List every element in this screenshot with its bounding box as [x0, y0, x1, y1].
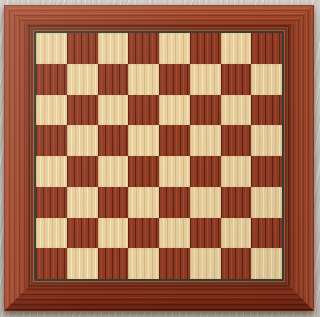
square-b5[interactable]: [67, 125, 98, 156]
square-c8[interactable]: [98, 33, 129, 64]
square-g7[interactable]: [221, 64, 252, 95]
square-g3[interactable]: [221, 187, 252, 218]
square-a4[interactable]: [36, 156, 67, 187]
board-grid: [36, 33, 282, 279]
board-frame-right: [283, 5, 314, 311]
square-g6[interactable]: [221, 95, 252, 126]
chess-board: [4, 5, 314, 311]
square-e3[interactable]: [159, 187, 190, 218]
square-h8[interactable]: [251, 33, 282, 64]
square-e4[interactable]: [159, 156, 190, 187]
square-a3[interactable]: [36, 187, 67, 218]
square-e2[interactable]: [159, 218, 190, 249]
square-h6[interactable]: [251, 95, 282, 126]
square-f5[interactable]: [190, 125, 221, 156]
square-b4[interactable]: [67, 156, 98, 187]
square-c2[interactable]: [98, 218, 129, 249]
square-f6[interactable]: [190, 95, 221, 126]
square-f8[interactable]: [190, 33, 221, 64]
square-h2[interactable]: [251, 218, 282, 249]
square-e6[interactable]: [159, 95, 190, 126]
square-d3[interactable]: [128, 187, 159, 218]
board-frame-bottom: [4, 279, 314, 311]
square-d7[interactable]: [128, 64, 159, 95]
square-f2[interactable]: [190, 218, 221, 249]
square-b1[interactable]: [67, 248, 98, 279]
square-h3[interactable]: [251, 187, 282, 218]
square-g2[interactable]: [221, 218, 252, 249]
square-c6[interactable]: [98, 95, 129, 126]
square-d6[interactable]: [128, 95, 159, 126]
square-c1[interactable]: [98, 248, 129, 279]
square-b3[interactable]: [67, 187, 98, 218]
square-d8[interactable]: [128, 33, 159, 64]
square-a6[interactable]: [36, 95, 67, 126]
square-d5[interactable]: [128, 125, 159, 156]
square-h4[interactable]: [251, 156, 282, 187]
square-a1[interactable]: [36, 248, 67, 279]
square-c3[interactable]: [98, 187, 129, 218]
square-c5[interactable]: [98, 125, 129, 156]
square-e5[interactable]: [159, 125, 190, 156]
square-d2[interactable]: [128, 218, 159, 249]
board-frame-top: [4, 5, 314, 33]
square-b8[interactable]: [67, 33, 98, 64]
square-c4[interactable]: [98, 156, 129, 187]
square-g1[interactable]: [221, 248, 252, 279]
square-e1[interactable]: [159, 248, 190, 279]
square-f1[interactable]: [190, 248, 221, 279]
square-h1[interactable]: [251, 248, 282, 279]
square-g8[interactable]: [221, 33, 252, 64]
square-a8[interactable]: [36, 33, 67, 64]
square-d1[interactable]: [128, 248, 159, 279]
square-d4[interactable]: [128, 156, 159, 187]
square-c7[interactable]: [98, 64, 129, 95]
square-g4[interactable]: [221, 156, 252, 187]
square-e8[interactable]: [159, 33, 190, 64]
board-frame-left: [4, 5, 36, 311]
square-e7[interactable]: [159, 64, 190, 95]
square-f4[interactable]: [190, 156, 221, 187]
square-b7[interactable]: [67, 64, 98, 95]
square-f3[interactable]: [190, 187, 221, 218]
square-a7[interactable]: [36, 64, 67, 95]
square-a2[interactable]: [36, 218, 67, 249]
square-f7[interactable]: [190, 64, 221, 95]
square-b6[interactable]: [67, 95, 98, 126]
square-h5[interactable]: [251, 125, 282, 156]
square-b2[interactable]: [67, 218, 98, 249]
square-g5[interactable]: [221, 125, 252, 156]
square-h7[interactable]: [251, 64, 282, 95]
square-a5[interactable]: [36, 125, 67, 156]
